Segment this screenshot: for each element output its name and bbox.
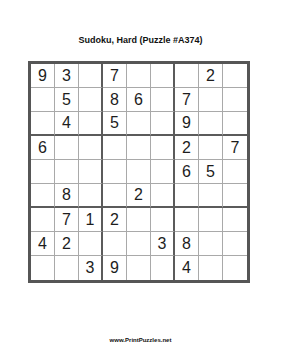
sudoku-cell-r2c7[interactable]: 7: [175, 88, 199, 112]
sudoku-cell-r8c1[interactable]: 4: [31, 232, 55, 256]
sudoku-cell-r7c3[interactable]: 1: [79, 208, 103, 232]
sudoku-cell-r5c2[interactable]: [55, 160, 79, 184]
sudoku-cell-r6c7[interactable]: [175, 184, 199, 208]
sudoku-cell-r4c6[interactable]: [151, 136, 175, 160]
sudoku-cell-r5c4[interactable]: [103, 160, 127, 184]
sudoku-cell-r5c8[interactable]: 5: [199, 160, 223, 184]
sudoku-cell-r9c7[interactable]: 4: [175, 256, 199, 280]
sudoku-cell-r5c9[interactable]: [223, 160, 247, 184]
sudoku-cell-r1c3[interactable]: [79, 64, 103, 88]
sudoku-cell-r1c4[interactable]: 7: [103, 64, 127, 88]
sudoku-cell-r8c9[interactable]: [223, 232, 247, 256]
sudoku-cell-r1c2[interactable]: 3: [55, 64, 79, 88]
sudoku-cell-r1c9[interactable]: [223, 64, 247, 88]
sudoku-cell-r9c9[interactable]: [223, 256, 247, 280]
sudoku-cell-r1c8[interactable]: 2: [199, 64, 223, 88]
sudoku-cell-r5c6[interactable]: [151, 160, 175, 184]
sudoku-cell-r2c3[interactable]: [79, 88, 103, 112]
sudoku-cell-r9c3[interactable]: 3: [79, 256, 103, 280]
sudoku-cell-r5c7[interactable]: 6: [175, 160, 199, 184]
sudoku-cell-r3c7[interactable]: 9: [175, 112, 199, 136]
sudoku-cell-r7c6[interactable]: [151, 208, 175, 232]
sudoku-cell-r4c3[interactable]: [79, 136, 103, 160]
sudoku-cell-r7c4[interactable]: 2: [103, 208, 127, 232]
sudoku-cell-r1c6[interactable]: [151, 64, 175, 88]
sudoku-cell-r6c8[interactable]: [199, 184, 223, 208]
sudoku-cell-r5c3[interactable]: [79, 160, 103, 184]
sudoku-cell-r8c6[interactable]: 3: [151, 232, 175, 256]
sudoku-cell-r6c4[interactable]: [103, 184, 127, 208]
sudoku-cell-r8c8[interactable]: [199, 232, 223, 256]
sudoku-cell-r8c5[interactable]: [127, 232, 151, 256]
sudoku-cell-r2c9[interactable]: [223, 88, 247, 112]
sudoku-cell-r4c4[interactable]: [103, 136, 127, 160]
sudoku-cell-r9c2[interactable]: [55, 256, 79, 280]
sudoku-cell-r2c5[interactable]: 6: [127, 88, 151, 112]
sudoku-cell-r6c3[interactable]: [79, 184, 103, 208]
sudoku-cell-r2c2[interactable]: 5: [55, 88, 79, 112]
sudoku-cell-r3c4[interactable]: 5: [103, 112, 127, 136]
sudoku-cell-r4c7[interactable]: 2: [175, 136, 199, 160]
sudoku-cell-r3c6[interactable]: [151, 112, 175, 136]
sudoku-cell-r7c9[interactable]: [223, 208, 247, 232]
sudoku-cell-r5c1[interactable]: [31, 160, 55, 184]
puzzle-title: Sudoku, Hard (Puzzle #A374): [0, 35, 281, 45]
sudoku-cell-r3c8[interactable]: [199, 112, 223, 136]
sudoku-cell-r8c3[interactable]: [79, 232, 103, 256]
sudoku-cell-r7c2[interactable]: 7: [55, 208, 79, 232]
sudoku-cell-r9c8[interactable]: [199, 256, 223, 280]
sudoku-cell-r7c8[interactable]: [199, 208, 223, 232]
sudoku-cell-r2c6[interactable]: [151, 88, 175, 112]
sudoku-cell-r7c1[interactable]: [31, 208, 55, 232]
sudoku-cell-r4c8[interactable]: [199, 136, 223, 160]
sudoku-grid: 9372586745962765827124238394: [28, 61, 250, 283]
sudoku-cell-r8c2[interactable]: 2: [55, 232, 79, 256]
sudoku-cell-r1c1[interactable]: 9: [31, 64, 55, 88]
sudoku-cell-r6c5[interactable]: 2: [127, 184, 151, 208]
page-footer: www.PrintPuzzles.net: [0, 337, 281, 343]
sudoku-cell-r8c4[interactable]: [103, 232, 127, 256]
sudoku-cell-r6c2[interactable]: 8: [55, 184, 79, 208]
sudoku-cell-r5c5[interactable]: [127, 160, 151, 184]
sudoku-cell-r3c9[interactable]: [223, 112, 247, 136]
sudoku-cell-r4c1[interactable]: 6: [31, 136, 55, 160]
sudoku-cell-r4c9[interactable]: 7: [223, 136, 247, 160]
sudoku-cell-r7c7[interactable]: [175, 208, 199, 232]
sudoku-cell-r9c4[interactable]: 9: [103, 256, 127, 280]
sudoku-cell-r2c8[interactable]: [199, 88, 223, 112]
sudoku-cell-r9c6[interactable]: [151, 256, 175, 280]
sudoku-cell-r1c5[interactable]: [127, 64, 151, 88]
sudoku-cell-r4c2[interactable]: [55, 136, 79, 160]
sudoku-cell-r1c7[interactable]: [175, 64, 199, 88]
sudoku-cell-r4c5[interactable]: [127, 136, 151, 160]
sudoku-cell-r3c5[interactable]: [127, 112, 151, 136]
sudoku-cell-r3c1[interactable]: [31, 112, 55, 136]
sudoku-cell-r6c6[interactable]: [151, 184, 175, 208]
sudoku-cell-r8c7[interactable]: 8: [175, 232, 199, 256]
sudoku-cell-r2c1[interactable]: [31, 88, 55, 112]
sudoku-cell-r6c9[interactable]: [223, 184, 247, 208]
sudoku-cell-r9c5[interactable]: [127, 256, 151, 280]
sudoku-cell-r3c2[interactable]: 4: [55, 112, 79, 136]
sudoku-cell-r7c5[interactable]: [127, 208, 151, 232]
sudoku-cell-r6c1[interactable]: [31, 184, 55, 208]
sudoku-cell-r3c3[interactable]: [79, 112, 103, 136]
sudoku-cell-r2c4[interactable]: 8: [103, 88, 127, 112]
sudoku-cell-r9c1[interactable]: [31, 256, 55, 280]
